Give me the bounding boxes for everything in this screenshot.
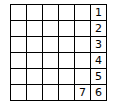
grid-cell-empty[interactable] [59, 5, 75, 21]
grid-cell-empty[interactable] [11, 21, 27, 37]
grid-cell-empty[interactable] [43, 37, 59, 53]
grid-cell-digit[interactable]: 4 [91, 53, 107, 69]
grid-cell-empty[interactable] [11, 37, 27, 53]
puzzle-canvas: 1234576 [0, 0, 115, 107]
grid-cell-empty[interactable] [11, 85, 27, 101]
grid-cell-empty[interactable] [75, 53, 91, 69]
grid-cell-empty[interactable] [75, 37, 91, 53]
grid-cell-empty[interactable] [11, 53, 27, 69]
grid-cell-digit[interactable]: 2 [91, 21, 107, 37]
grid-cell-digit[interactable]: 1 [91, 5, 107, 21]
grid-cell-empty[interactable] [59, 53, 75, 69]
grid-cell-empty[interactable] [27, 85, 43, 101]
grid-cell-empty[interactable] [75, 21, 91, 37]
grid-cell-digit[interactable]: 7 [75, 85, 91, 101]
grid-cell-empty[interactable] [43, 5, 59, 21]
grid-cell-empty[interactable] [43, 53, 59, 69]
grid-cell-empty[interactable] [11, 69, 27, 85]
grid-cell-empty[interactable] [43, 85, 59, 101]
grid-cell-digit[interactable]: 5 [91, 69, 107, 85]
grid-cell-empty[interactable] [27, 37, 43, 53]
grid-cell-empty[interactable] [59, 37, 75, 53]
grid-cell-empty[interactable] [27, 21, 43, 37]
puzzle-grid: 1234576 [10, 4, 107, 101]
grid-cell-empty[interactable] [75, 5, 91, 21]
grid-cell-empty[interactable] [59, 69, 75, 85]
grid-cell-empty[interactable] [75, 69, 91, 85]
grid-cell-empty[interactable] [27, 5, 43, 21]
grid-cell-empty[interactable] [43, 21, 59, 37]
grid-cell-empty[interactable] [59, 85, 75, 101]
grid-cell-empty[interactable] [11, 5, 27, 21]
grid-cell-empty[interactable] [27, 69, 43, 85]
grid-cell-digit[interactable]: 6 [91, 85, 107, 101]
grid-cell-empty[interactable] [27, 53, 43, 69]
grid-cell-empty[interactable] [43, 69, 59, 85]
grid-cell-digit[interactable]: 3 [91, 37, 107, 53]
grid-cell-empty[interactable] [59, 21, 75, 37]
